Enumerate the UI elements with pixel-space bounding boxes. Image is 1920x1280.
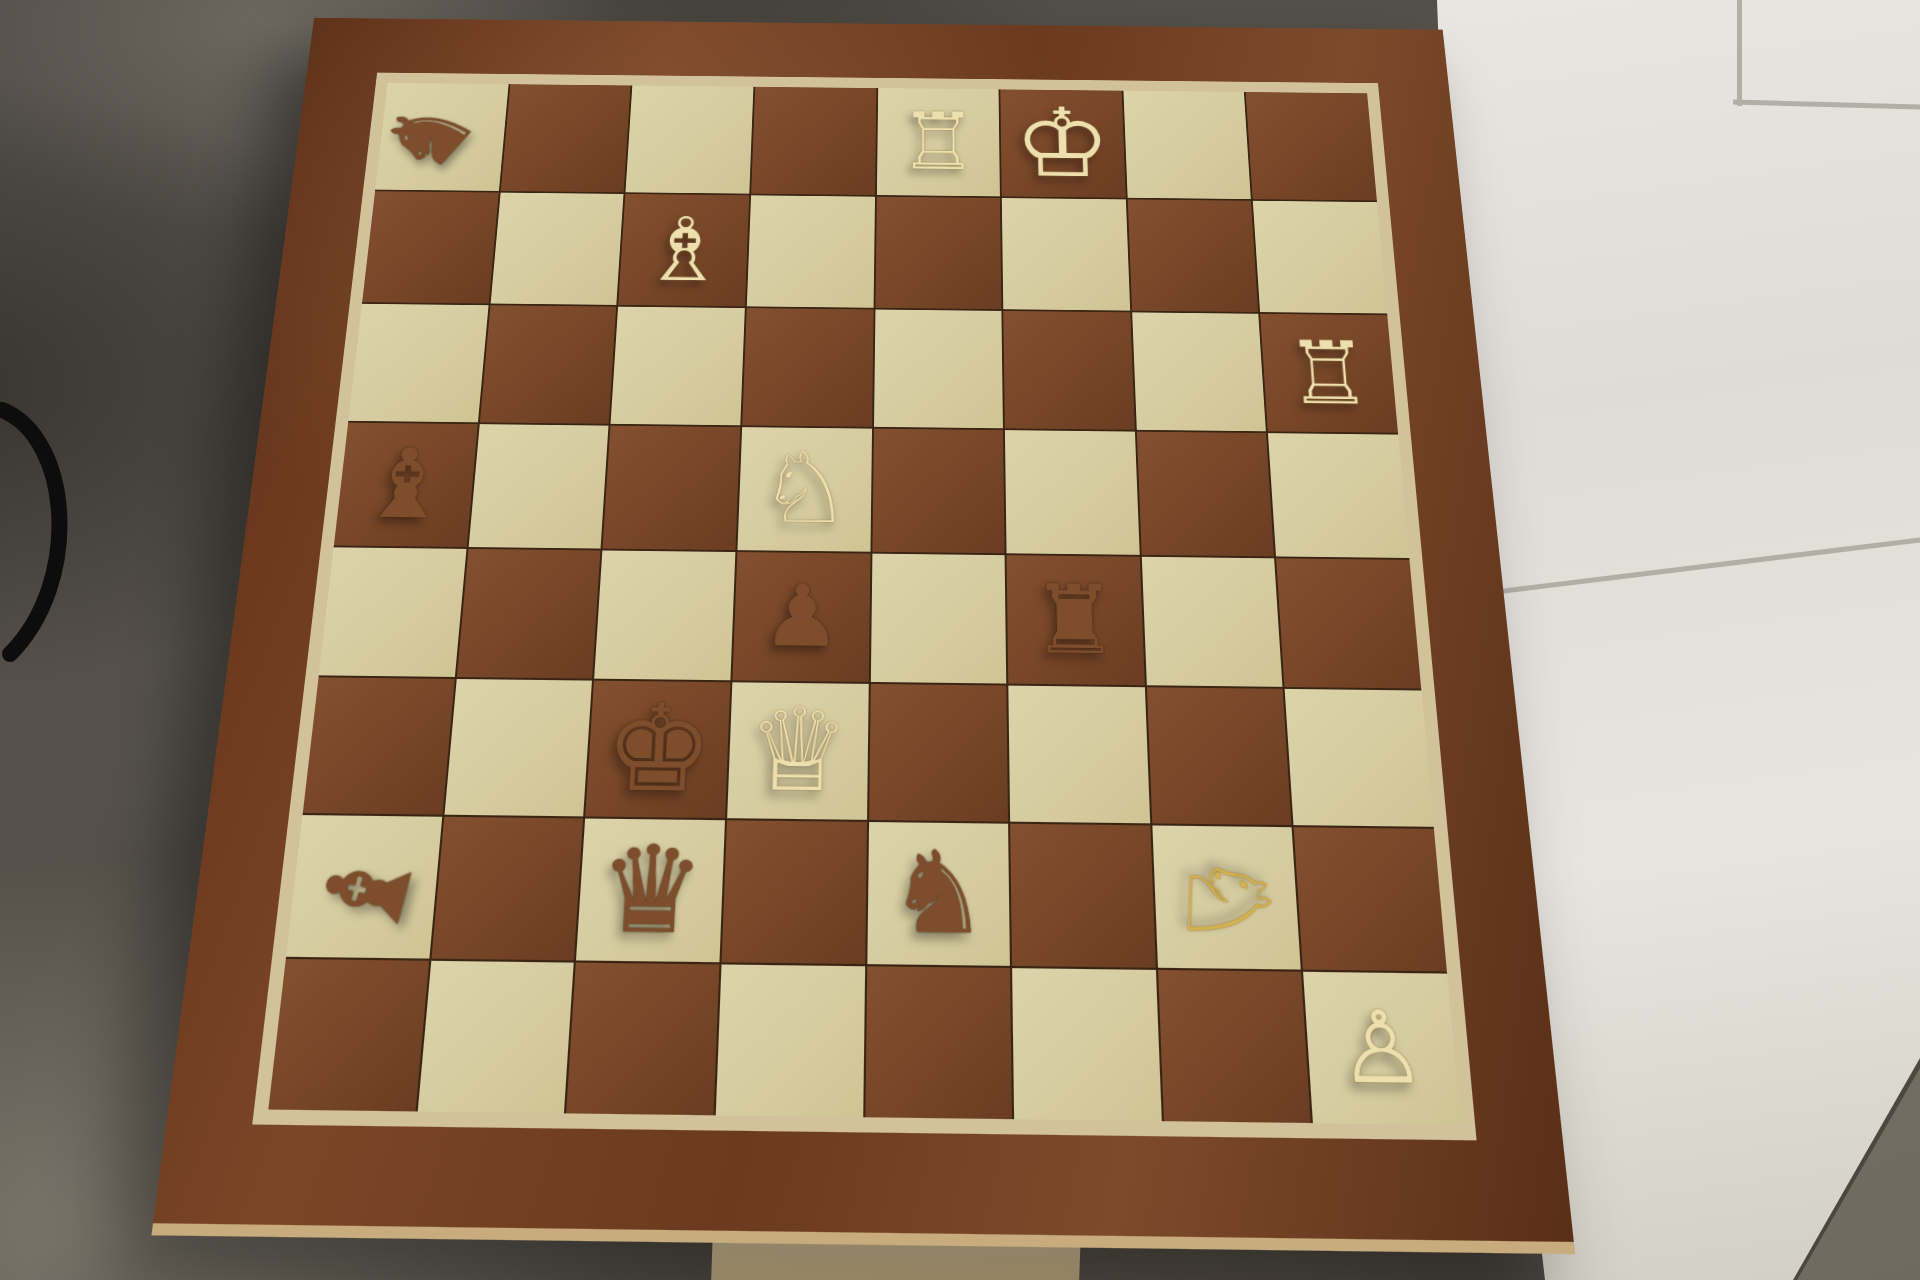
square-f3[interactable]	[1008, 686, 1149, 823]
white-rook[interactable]: ♖	[898, 102, 979, 182]
square-b7[interactable]	[490, 192, 624, 305]
black-bishop-fallen[interactable]: ♝	[301, 832, 435, 951]
square-h1[interactable]: ♙	[1303, 972, 1460, 1125]
square-c3[interactable]: ♚	[586, 681, 731, 818]
square-b5[interactable]	[468, 424, 608, 548]
square-c7[interactable]: ♗	[618, 194, 749, 307]
white-knight-fallen[interactable]: ♘	[1169, 845, 1285, 958]
tile-grout-line	[1737, 0, 1742, 106]
square-e6[interactable]	[874, 310, 1004, 428]
square-f6[interactable]	[1003, 311, 1134, 430]
square-a6[interactable]	[348, 304, 488, 422]
square-f2[interactable]	[1010, 823, 1155, 968]
square-g4[interactable]	[1142, 556, 1283, 687]
square-f1[interactable]	[1012, 969, 1161, 1122]
square-h2[interactable]	[1294, 827, 1447, 972]
board-frame: ♞♖♔♗♖♝♘♟♜♚♕♝♛♞♘♙	[151, 18, 1575, 1254]
square-d7[interactable]	[747, 195, 875, 308]
square-c8[interactable]	[626, 85, 754, 193]
square-e4[interactable]	[870, 553, 1006, 684]
square-b2[interactable]	[431, 817, 583, 961]
square-e3[interactable]	[869, 684, 1009, 821]
square-h5[interactable]	[1268, 433, 1409, 558]
square-g2[interactable]: ♘	[1152, 825, 1301, 970]
square-c1[interactable]	[566, 963, 719, 1115]
square-h7[interactable]	[1253, 200, 1387, 313]
square-a2[interactable]: ♝	[286, 815, 442, 959]
square-e8[interactable]: ♖	[876, 88, 1000, 196]
square-e2[interactable]: ♞	[867, 822, 1010, 967]
square-f4[interactable]: ♜	[1007, 555, 1145, 686]
black-king[interactable]: ♚	[601, 688, 716, 810]
tile-grout-line	[1733, 100, 1920, 110]
square-g3[interactable]	[1147, 687, 1292, 824]
square-f5[interactable]	[1005, 430, 1139, 554]
square-g1[interactable]	[1158, 970, 1311, 1123]
square-d3[interactable]: ♕	[727, 682, 868, 819]
white-queen[interactable]: ♕	[745, 693, 851, 809]
square-a3[interactable]	[303, 677, 454, 814]
square-c6[interactable]	[611, 307, 745, 425]
square-a1[interactable]	[268, 959, 428, 1111]
square-b4[interactable]	[457, 548, 601, 678]
white-bishop[interactable]: ♗	[638, 206, 730, 294]
white-king[interactable]: ♔	[1013, 95, 1112, 191]
square-e7[interactable]	[875, 196, 1002, 309]
square-g5[interactable]	[1137, 432, 1275, 556]
square-d6[interactable]	[742, 308, 873, 426]
square-c2[interactable]: ♛	[576, 818, 725, 962]
cable-icon	[0, 372, 100, 702]
square-d1[interactable]	[716, 965, 865, 1117]
square-d4[interactable]: ♟	[732, 552, 870, 682]
square-g6[interactable]	[1132, 313, 1266, 432]
white-knight[interactable]: ♘	[757, 439, 853, 538]
white-rook[interactable]: ♖	[1283, 329, 1374, 417]
chessboard: ♞♖♔♗♖♝♘♟♜♚♕♝♛♞♘♙	[151, 18, 1575, 1254]
square-a5[interactable]: ♝	[334, 423, 478, 547]
black-knight-fallen[interactable]: ♞	[363, 80, 493, 192]
square-b3[interactable]	[444, 679, 592, 816]
square-e1[interactable]	[865, 967, 1012, 1119]
white-pawn[interactable]: ♙	[1335, 997, 1429, 1098]
square-a4[interactable]	[319, 547, 466, 677]
square-e5[interactable]	[872, 429, 1005, 553]
square-d8[interactable]	[751, 87, 876, 195]
square-d5[interactable]: ♘	[737, 427, 871, 551]
square-a7[interactable]	[362, 191, 498, 304]
square-a8[interactable]: ♞	[375, 83, 508, 191]
square-d2[interactable]	[721, 820, 866, 964]
square-g8[interactable]	[1123, 91, 1251, 199]
board-inner-border: ♞♖♔♗♖♝♘♟♜♚♕♝♛♞♘♙	[252, 73, 1476, 1141]
square-c5[interactable]	[603, 426, 740, 550]
square-b6[interactable]	[480, 305, 617, 423]
square-h8[interactable]	[1246, 92, 1377, 200]
black-bishop[interactable]: ♝	[355, 436, 456, 533]
black-knight[interactable]: ♞	[888, 836, 990, 951]
square-h6[interactable]: ♖	[1261, 314, 1398, 433]
square-b1[interactable]	[417, 961, 574, 1113]
square-g7[interactable]	[1127, 199, 1258, 312]
black-queen[interactable]: ♛	[595, 829, 707, 951]
square-f7[interactable]	[1002, 198, 1130, 311]
square-f8[interactable]: ♔	[1000, 89, 1125, 197]
tile-grout-line	[1451, 537, 1920, 600]
square-h4[interactable]	[1276, 558, 1421, 689]
square-c4[interactable]	[594, 550, 735, 680]
black-rook[interactable]: ♜	[1030, 571, 1121, 667]
chessboard-grid: ♞♖♔♗♖♝♘♟♜♚♕♝♛♞♘♙	[268, 83, 1461, 1125]
square-h3[interactable]	[1285, 689, 1434, 827]
square-b8[interactable]	[500, 84, 630, 192]
black-pawn[interactable]: ♟	[761, 573, 842, 659]
